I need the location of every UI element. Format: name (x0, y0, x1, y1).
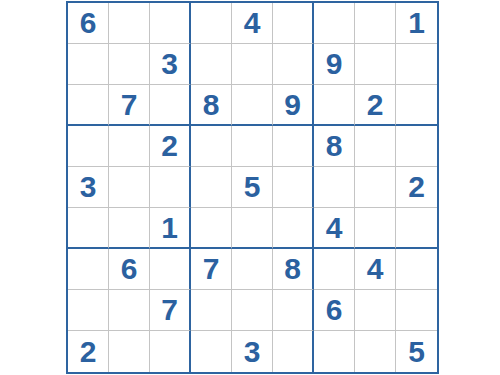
sudoku-cell-empty[interactable] (396, 44, 437, 85)
sudoku-cell-empty[interactable] (273, 290, 314, 331)
sudoku-cell-given: 6 (68, 3, 109, 44)
sudoku-cell-empty[interactable] (355, 44, 396, 85)
sudoku-cell-given: 7 (191, 249, 232, 290)
sudoku-cell-empty[interactable] (355, 290, 396, 331)
sudoku-cell-empty[interactable] (232, 249, 273, 290)
sudoku-cell-given: 9 (314, 44, 355, 85)
sudoku-cell-empty[interactable] (109, 208, 150, 249)
sudoku-cell-empty[interactable] (68, 85, 109, 126)
sudoku-cell-empty[interactable] (191, 167, 232, 208)
sudoku-cell-given: 3 (150, 44, 191, 85)
sudoku-cell-empty[interactable] (273, 167, 314, 208)
sudoku-cell-empty[interactable] (109, 331, 150, 372)
sudoku-cell-given: 7 (109, 85, 150, 126)
sudoku-cell-empty[interactable] (150, 249, 191, 290)
sudoku-cell-empty[interactable] (232, 290, 273, 331)
sudoku-cell-empty[interactable] (396, 208, 437, 249)
sudoku-cell-empty[interactable] (355, 3, 396, 44)
sudoku-cell-empty[interactable] (191, 290, 232, 331)
sudoku-cell-empty[interactable] (191, 3, 232, 44)
sudoku-board: 6413978922835214678476235 (66, 1, 439, 374)
sudoku-cell-given: 1 (396, 3, 437, 44)
sudoku-cell-given: 2 (396, 167, 437, 208)
sudoku-cell-empty[interactable] (355, 167, 396, 208)
sudoku-cell-empty[interactable] (109, 44, 150, 85)
sudoku-cell-empty[interactable] (68, 208, 109, 249)
sudoku-cell-given: 4 (355, 249, 396, 290)
sudoku-cell-empty[interactable] (396, 85, 437, 126)
sudoku-cell-empty[interactable] (68, 44, 109, 85)
sudoku-cell-empty[interactable] (355, 331, 396, 372)
sudoku-cell-given: 8 (191, 85, 232, 126)
sudoku-cell-empty[interactable] (314, 85, 355, 126)
sudoku-cell-given: 5 (396, 331, 437, 372)
sudoku-cell-empty[interactable] (355, 208, 396, 249)
sudoku-cell-empty[interactable] (314, 249, 355, 290)
sudoku-cell-empty[interactable] (396, 249, 437, 290)
sudoku-cell-empty[interactable] (396, 290, 437, 331)
sudoku-cell-empty[interactable] (232, 126, 273, 167)
sudoku-cell-given: 4 (314, 208, 355, 249)
sudoku-cell-given: 3 (68, 167, 109, 208)
sudoku-cell-empty[interactable] (191, 331, 232, 372)
sudoku-cell-empty[interactable] (314, 167, 355, 208)
sudoku-cell-empty[interactable] (150, 167, 191, 208)
sudoku-cell-empty[interactable] (191, 44, 232, 85)
sudoku-cell-given: 6 (109, 249, 150, 290)
sudoku-cell-empty[interactable] (109, 3, 150, 44)
sudoku-cell-empty[interactable] (314, 3, 355, 44)
sudoku-cell-empty[interactable] (150, 331, 191, 372)
sudoku-cell-empty[interactable] (273, 126, 314, 167)
sudoku-cell-empty[interactable] (150, 3, 191, 44)
page-background: 6413978922835214678476235 (0, 0, 500, 375)
sudoku-cell-given: 7 (150, 290, 191, 331)
sudoku-cell-given: 8 (314, 126, 355, 167)
sudoku-cell-given: 8 (273, 249, 314, 290)
sudoku-cell-empty[interactable] (273, 3, 314, 44)
sudoku-cell-given: 4 (232, 3, 273, 44)
sudoku-cell-empty[interactable] (232, 44, 273, 85)
sudoku-cell-empty[interactable] (232, 208, 273, 249)
sudoku-cell-given: 2 (68, 331, 109, 372)
sudoku-cell-empty[interactable] (273, 44, 314, 85)
sudoku-cell-empty[interactable] (68, 249, 109, 290)
sudoku-cell-empty[interactable] (273, 331, 314, 372)
sudoku-cell-given: 2 (150, 126, 191, 167)
sudoku-cell-empty[interactable] (355, 126, 396, 167)
sudoku-cell-empty[interactable] (232, 85, 273, 126)
sudoku-cell-empty[interactable] (191, 208, 232, 249)
sudoku-cell-empty[interactable] (273, 208, 314, 249)
sudoku-cell-given: 5 (232, 167, 273, 208)
sudoku-cell-empty[interactable] (396, 126, 437, 167)
sudoku-cell-empty[interactable] (109, 126, 150, 167)
sudoku-cell-given: 3 (232, 331, 273, 372)
sudoku-cell-given: 6 (314, 290, 355, 331)
sudoku-cell-empty[interactable] (68, 290, 109, 331)
sudoku-cell-given: 9 (273, 85, 314, 126)
sudoku-cell-given: 1 (150, 208, 191, 249)
sudoku-cell-empty[interactable] (109, 290, 150, 331)
sudoku-cell-empty[interactable] (109, 167, 150, 208)
sudoku-cell-empty[interactable] (150, 85, 191, 126)
sudoku-cell-given: 2 (355, 85, 396, 126)
sudoku-cell-empty[interactable] (191, 126, 232, 167)
sudoku-cell-empty[interactable] (314, 331, 355, 372)
sudoku-cell-empty[interactable] (68, 126, 109, 167)
